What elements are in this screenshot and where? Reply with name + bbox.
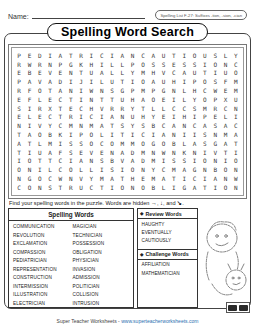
grid-cell: T <box>117 130 127 139</box>
grid-cell: T <box>97 183 107 192</box>
grid-cell: A <box>220 121 230 130</box>
grid-cell: E <box>158 113 168 122</box>
grid-cell: T <box>14 148 24 157</box>
grid-cell: S <box>107 165 117 174</box>
grid-cell: N <box>220 60 230 69</box>
grid-cell: T <box>24 139 34 148</box>
grid-cell: R <box>14 60 24 69</box>
grid-cell: X <box>45 104 55 113</box>
grid-cell: H <box>189 86 199 95</box>
grid-cell: A <box>45 77 55 86</box>
grid-cell: A <box>189 183 199 192</box>
grid-cell: L <box>158 104 168 113</box>
challenge-words-header: ◆ Challenge Words <box>138 249 197 260</box>
grid-cell: R <box>14 86 24 95</box>
spelling-word: TECHNICIAN <box>73 232 133 241</box>
grid-cell: G <box>179 183 189 192</box>
grid-cell: S <box>210 121 220 130</box>
grid-cell: D <box>35 51 45 60</box>
grid-cell: X <box>220 95 230 104</box>
grid-cell: I <box>117 165 127 174</box>
grid-cell: N <box>128 183 138 192</box>
puzzle-inner-border: PEDIATRICIANCAUTIOUSLYRWRNPGKHILLPOSSESS… <box>11 47 244 196</box>
grid-cell: I <box>210 69 220 78</box>
grid-cell: L <box>148 104 158 113</box>
grid-cell: T <box>200 183 210 192</box>
spelling-word: ELECTRICIAN <box>13 300 73 309</box>
grid-cell: N <box>210 130 220 139</box>
grid-cell: O <box>220 165 230 174</box>
grid-cell: E <box>14 69 24 78</box>
grid-cell: I <box>189 157 199 166</box>
grid-cell: M <box>169 165 179 174</box>
grid-cell: A <box>210 174 220 183</box>
grid-cell: R <box>35 60 45 69</box>
grid-cell: E <box>138 174 148 183</box>
grid-cell: Y <box>148 165 158 174</box>
grid-cell: I <box>148 130 158 139</box>
grid-cell: M <box>148 174 158 183</box>
grid-cell: P <box>55 60 65 69</box>
grid-cell: D <box>55 77 65 86</box>
grid-cell: M <box>148 157 158 166</box>
grid-cell: O <box>148 95 158 104</box>
grid-cell: C <box>158 165 168 174</box>
grid-cell: A <box>24 130 34 139</box>
grid-cell: O <box>35 86 45 95</box>
grid-cell: I <box>169 183 179 192</box>
grid-cell: O <box>220 183 230 192</box>
grid-cell: U <box>107 77 117 86</box>
grid-cell: N <box>179 121 189 130</box>
grid-cell: V <box>86 148 96 157</box>
grid-cell: N <box>86 95 96 104</box>
grid-cell: O <box>24 183 34 192</box>
grid-cell: B <box>107 157 117 166</box>
name-blank-line <box>32 9 146 19</box>
grid-cell: N <box>66 69 76 78</box>
grid-cell: M <box>45 139 55 148</box>
grid-cell: B <box>45 130 55 139</box>
grid-cell: E <box>14 95 24 104</box>
grid-cell: V <box>76 174 86 183</box>
grid-cell: I <box>86 77 96 86</box>
grid-cell: I <box>128 77 138 86</box>
spelling-col-2: MAGICIANTECHNICIANPOSSESSIONOBLIGATIONPH… <box>73 223 133 308</box>
grid-cell: C <box>158 121 168 130</box>
grid-cell: A <box>189 139 199 148</box>
grid-cell: M <box>220 130 230 139</box>
grid-cell: N <box>200 165 210 174</box>
grid-cell: I <box>231 148 241 157</box>
grid-cell: C <box>55 157 65 166</box>
grid-cell: I <box>66 157 76 166</box>
grid-cell: I <box>200 148 210 157</box>
grid-cell: E <box>220 86 230 95</box>
grid-cell: I <box>169 113 179 122</box>
grid-cell: P <box>189 77 199 86</box>
grid-cell: W <box>86 86 96 95</box>
grid-cell: C <box>169 104 179 113</box>
review-words-list: HAUGHTYEVENTUALLYCAUTIOUSLY <box>138 219 197 246</box>
grid-cell: T <box>76 69 86 78</box>
grid-cell: E <box>35 69 45 78</box>
grid-cell: A <box>158 174 168 183</box>
grid-cell: N <box>169 130 179 139</box>
grid-cell: K <box>76 60 86 69</box>
grid-cell: I <box>189 130 199 139</box>
code-chip <box>239 305 248 311</box>
grid-cell: C <box>189 121 199 130</box>
grid-cell: S <box>210 51 220 60</box>
grid-cell: U <box>158 77 168 86</box>
grid-cell: R <box>117 104 127 113</box>
grid-cell: S <box>117 121 127 130</box>
diamond-icon: ◆ <box>140 211 143 216</box>
spelling-words-box: Spelling Words COMMUNICATIONREVOLUTIONEX… <box>8 208 134 308</box>
grid-cell: T <box>107 95 117 104</box>
grid-cell: A <box>76 157 86 166</box>
grid-cell: P <box>14 77 24 86</box>
grid-cell: O <box>86 139 96 148</box>
review-word: EVENTUALLY <box>138 229 197 237</box>
review-words-title: Review Words <box>145 211 181 217</box>
grid-cell: P <box>128 86 138 95</box>
grid-cell: O <box>138 77 148 86</box>
grid-cell: L <box>24 113 34 122</box>
grid-cell: H <box>179 113 189 122</box>
review-word: HAUGHTY <box>138 221 197 229</box>
grid-cell: C <box>138 51 148 60</box>
grid-cell: V <box>45 69 55 78</box>
grid-cell: T <box>117 77 127 86</box>
grid-cell: N <box>97 86 107 95</box>
grid-cell: N <box>128 51 138 60</box>
grid-cell: C <box>55 165 65 174</box>
grid-cell: O <box>138 60 148 69</box>
grid-cell: L <box>107 60 117 69</box>
grid-cell: C <box>55 121 65 130</box>
grid-cell: M <box>231 86 241 95</box>
grid-cell: T <box>55 113 65 122</box>
grid-cell: N <box>66 174 76 183</box>
grid-cell: U <box>76 183 86 192</box>
grid-cell: L <box>45 165 55 174</box>
grid-cell: I <box>107 183 117 192</box>
grid-cell: C <box>86 113 96 122</box>
grid-cell: S <box>107 86 117 95</box>
spelling-words-columns: COMMUNICATIONREVOLUTIONEXCLAMATIONCOMPAS… <box>9 221 133 309</box>
grid-cell: I <box>169 95 179 104</box>
grid-cell: A <box>128 157 138 166</box>
spelling-list-badge: Spelling List F-27: Suffixes -tion, -sio… <box>155 10 247 20</box>
grid-cell: A <box>117 51 127 60</box>
grid-cell: O <box>86 130 96 139</box>
grid-cell: E <box>14 113 24 122</box>
challenge-word: AFFILIATION <box>138 261 197 269</box>
grid-cell: M <box>138 69 148 78</box>
grid-cell: O <box>200 95 210 104</box>
grid-cell: S <box>189 60 199 69</box>
name-label: Name: <box>8 13 29 20</box>
grid-cell: I <box>179 51 189 60</box>
grid-cell: I <box>66 77 76 86</box>
grid-cell: I <box>179 77 189 86</box>
grid-cell: C <box>231 121 241 130</box>
grid-cell: M <box>138 148 148 157</box>
grid-cell: U <box>158 51 168 60</box>
grid-cell: I <box>97 113 107 122</box>
review-words-header: ◆ Review Words <box>138 209 197 219</box>
grid-cell: G <box>189 165 199 174</box>
grid-cell: H <box>128 95 138 104</box>
grid-cell: E <box>66 104 76 113</box>
grid-cell: D <box>138 157 148 166</box>
grid-cell: Y <box>128 121 138 130</box>
grid-cell: S <box>14 104 24 113</box>
grid-cell: P <box>148 86 158 95</box>
grid-cell: N <box>231 104 241 113</box>
grid-cell: C <box>76 104 86 113</box>
grid-cell: I <box>97 165 107 174</box>
grid-cell: P <box>200 113 210 122</box>
grid-cell: C <box>14 183 24 192</box>
spelling-word: PHYSICIAN <box>73 257 133 266</box>
grid-cell: A <box>179 165 189 174</box>
spelling-word: INVASION <box>73 266 133 275</box>
grid-cell: U <box>35 148 45 157</box>
grid-cell: H <box>169 77 179 86</box>
grid-cell: S <box>97 157 107 166</box>
grid-cell: I <box>231 113 241 122</box>
grid-cell: A <box>138 95 148 104</box>
grid-cell: O <box>138 183 148 192</box>
grid-cell: C <box>179 104 189 113</box>
grid-cell: T <box>66 51 76 60</box>
grid-cell: I <box>24 104 34 113</box>
grid-cell: G <box>210 139 220 148</box>
review-word: CAUTIOUSLY <box>138 237 197 245</box>
grid-cell: V <box>35 121 45 130</box>
grid-cell: Y <box>189 95 199 104</box>
spelling-word: COMMUNICATION <box>13 223 73 232</box>
grid-cell: H <box>128 174 138 183</box>
grid-cell: N <box>107 148 117 157</box>
grid-cell: I <box>220 157 230 166</box>
grid-cell: L <box>97 77 107 86</box>
grid-cell: S <box>200 139 210 148</box>
grid-cell: O <box>35 130 45 139</box>
grid-cell: O <box>66 165 76 174</box>
spelling-word: INTRUSION <box>73 300 133 309</box>
grid-cell: A <box>14 139 24 148</box>
grid-cell: S <box>158 60 168 69</box>
grid-cell: A <box>24 77 34 86</box>
code-chip <box>228 305 237 311</box>
grid-cell: U <box>128 113 138 122</box>
grid-cell: H <box>86 104 96 113</box>
grid-cell: T <box>66 95 76 104</box>
grid-cell: C <box>55 95 65 104</box>
grid-cell: S <box>45 183 55 192</box>
grid-cell: P <box>14 51 24 60</box>
grid-cell: L <box>158 183 168 192</box>
grid-cell: S <box>66 139 76 148</box>
grid-cell: O <box>14 165 24 174</box>
grid-cell: C <box>220 104 230 113</box>
spelling-word: COMPASSION <box>13 249 73 258</box>
grid-cell: F <box>24 86 34 95</box>
instructions-sep2: , and <box>163 200 177 206</box>
grid-cell: R <box>210 104 220 113</box>
grid-cell: A <box>107 113 117 122</box>
grid-cell: Y <box>45 121 55 130</box>
grid-cell: D <box>128 148 138 157</box>
spelling-word: MAGICIAN <box>73 223 133 232</box>
grid-cell: A <box>97 69 107 78</box>
grid-cell: R <box>107 104 117 113</box>
grid-cell: C <box>169 69 179 78</box>
grid-cell: V <box>117 157 127 166</box>
grid-cell: C <box>138 130 148 139</box>
grid-cell: L <box>76 165 86 174</box>
grid-cell: T <box>14 130 24 139</box>
instructions-end: . <box>182 200 184 206</box>
grid-cell: S <box>179 60 189 69</box>
grid-cell: E <box>35 113 45 122</box>
grid-cell: I <box>97 60 107 69</box>
instructions-prefix: Find your spelling words in the puzzle. … <box>9 200 151 206</box>
grid-cell: S <box>66 148 76 157</box>
grid-cell: E <box>45 95 55 104</box>
grid-cell: A <box>179 69 189 78</box>
grid-cell: L <box>86 165 96 174</box>
grid-cell: C <box>45 113 55 122</box>
grid-cell: U <box>231 95 241 104</box>
grid-cell: T <box>55 183 65 192</box>
grid-cell: G <box>24 174 34 183</box>
grid-cell: E <box>210 113 220 122</box>
grid-cell: C <box>231 60 241 69</box>
grid-cell: K <box>55 130 65 139</box>
grid-cell: O <box>231 69 241 78</box>
grid-cell: I <box>189 113 199 122</box>
grid-cell: F <box>220 77 230 86</box>
grid-cell: J <box>76 77 86 86</box>
grid-cell: S <box>148 60 158 69</box>
grid-cell: O <box>35 174 45 183</box>
grid-cell: C <box>200 86 210 95</box>
spelling-word: EXCLAMATION <box>13 240 73 249</box>
grid-cell: I <box>76 113 86 122</box>
grid-cell: A <box>97 121 107 130</box>
grid-cell: A <box>107 174 117 183</box>
grid-cell: V <box>35 77 45 86</box>
grid-cell: S <box>169 157 179 166</box>
grid-cell: B <box>24 69 34 78</box>
grid-cell: S <box>200 130 210 139</box>
grid-cell: L <box>179 86 189 95</box>
grid-cell: O <box>200 77 210 86</box>
spelling-word: CONSTRUCTION <box>13 274 73 283</box>
grid-cell: T <box>45 157 55 166</box>
grid-cell: U <box>86 69 96 78</box>
challenge-words-list: AFFILIATIONMATHEMATICIAN <box>138 260 197 278</box>
worksheet-code-box <box>226 302 251 313</box>
grid-cell: L <box>35 95 45 104</box>
grid-cell: I <box>200 60 210 69</box>
grid-cell: R <box>76 51 86 60</box>
grid-cell: N <box>45 60 55 69</box>
grid-cell: C <box>45 174 55 183</box>
grid-cell: A <box>117 148 127 157</box>
grid-cell: N <box>231 165 241 174</box>
grid-cell: C <box>97 139 107 148</box>
grid-cell: Y <box>128 69 138 78</box>
grid-cell: F <box>55 148 65 157</box>
grid-cell: T <box>138 104 148 113</box>
page-title: Spelling Word Search <box>47 23 208 41</box>
grid-cell: T <box>220 148 230 157</box>
grid-cell: I <box>158 157 168 166</box>
review-challenge-box: ◆ Review Words HAUGHTYEVENTUALLYCAUTIOUS… <box>137 208 198 308</box>
grid-cell: N <box>220 174 230 183</box>
grid-cell: H <box>148 69 158 78</box>
grid-cell: G <box>148 139 158 148</box>
grid-cell: O <box>117 183 127 192</box>
spelling-word: OBLIGATION <box>73 249 133 258</box>
grid-cell: W <box>24 60 34 69</box>
grid-cell: N <box>14 174 24 183</box>
grid-cell: T <box>169 174 179 183</box>
grid-cell: M <box>117 139 127 148</box>
grid-cell: I <box>76 95 86 104</box>
spelling-words-title: Spelling Words <box>9 209 133 221</box>
grid-cell: H <box>138 113 148 122</box>
grid-cell: M <box>128 139 138 148</box>
grid-cell: U <box>200 51 210 60</box>
grid-cell: N <box>117 113 127 122</box>
grid-cell: N <box>14 121 24 130</box>
grid-cell: N <box>210 157 220 166</box>
grid-cell: I <box>35 165 45 174</box>
grid-cell: O <box>231 157 241 166</box>
grid-cell: M <box>231 77 241 86</box>
grid-cell: G <box>158 86 168 95</box>
grid-cell: B <box>148 121 158 130</box>
grid-cell: Y <box>148 113 158 122</box>
grid-cell: O <box>107 139 117 148</box>
grid-cell: N <box>66 86 76 95</box>
grid-cell: W <box>55 174 65 183</box>
grid-cell: G <box>117 86 127 95</box>
grid-cell: L <box>107 69 117 78</box>
grid-cell: W <box>158 148 168 157</box>
grid-cell: L <box>220 113 230 122</box>
footer-url: www.superteacherworksheets.com <box>121 318 198 324</box>
grid-cell: S <box>76 139 86 148</box>
grid-cell: I <box>86 51 96 60</box>
grid-cell: L <box>97 130 107 139</box>
cartoon-illustration <box>200 212 252 304</box>
footer-text: Super Teacher Worksheets - <box>57 318 122 324</box>
grid-cell: M <box>138 86 148 95</box>
word-lists-row: Spelling Words COMMUNICATIONREVOLUTIONEX… <box>8 208 198 308</box>
grid-cell: O <box>138 139 148 148</box>
grid-cell: R <box>66 113 76 122</box>
grid-cell: N <box>35 183 45 192</box>
grid-cell: T <box>97 95 107 104</box>
